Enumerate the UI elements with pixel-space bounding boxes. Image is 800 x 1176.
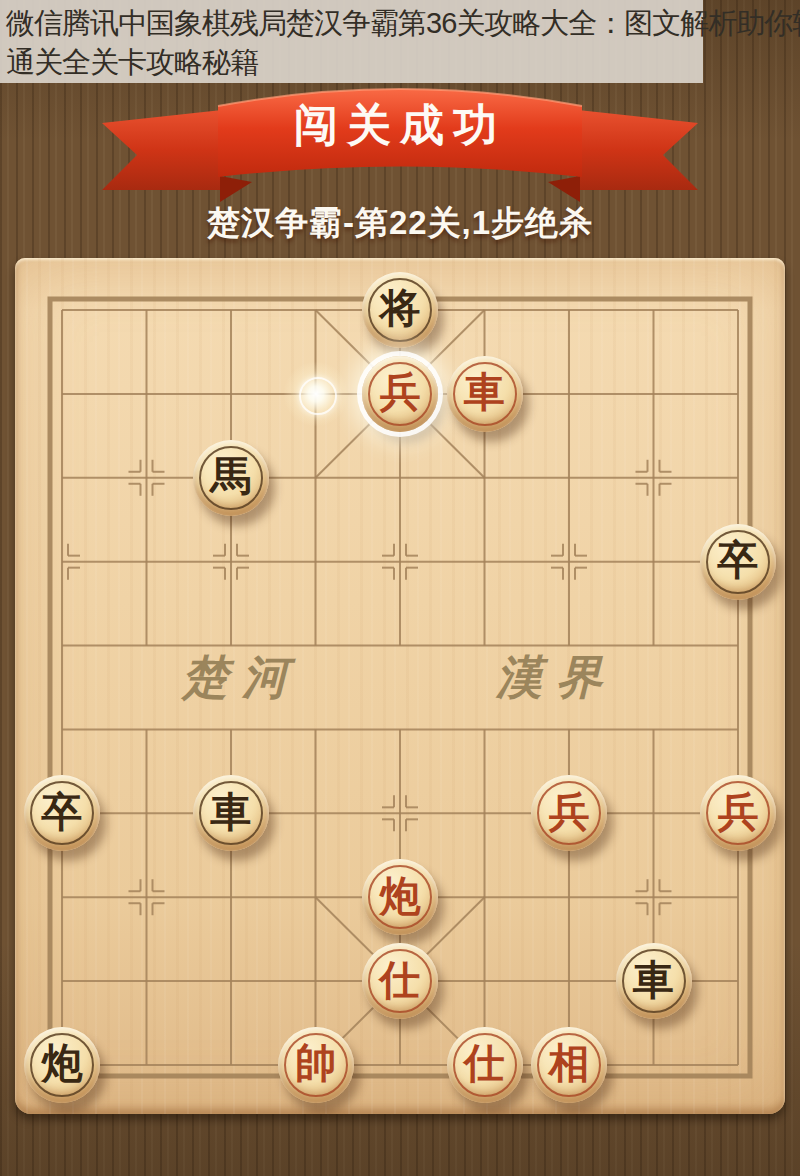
piece-label: 馬 [211, 456, 252, 497]
piece-red-兵[interactable]: 兵 [362, 356, 438, 432]
piece-red-兵[interactable]: 兵 [531, 775, 607, 851]
piece-black-将[interactable]: 将 [362, 272, 438, 348]
piece-label: 車 [633, 960, 674, 1001]
article-title: 微信腾讯中国象棋残局楚汉争霸第36关攻略大全：图文解析助你轻松 通关全关卡攻略秘… [0, 0, 703, 83]
piece-label: 兵 [380, 372, 421, 413]
piece-red-仕[interactable]: 仕 [447, 1027, 523, 1103]
piece-black-車[interactable]: 車 [193, 775, 269, 851]
article-title-line2: 通关全关卡攻略秘籍 [6, 43, 703, 82]
piece-label: 仕 [464, 1043, 505, 1084]
level-subtitle: 楚汉争霸-第22关,1步绝杀 [0, 201, 800, 246]
piece-black-車[interactable]: 車 [616, 943, 692, 1019]
piece-red-仕[interactable]: 仕 [362, 943, 438, 1019]
piece-red-兵[interactable]: 兵 [700, 775, 776, 851]
piece-black-馬[interactable]: 馬 [193, 440, 269, 516]
piece-label: 車 [211, 792, 252, 833]
piece-label: 兵 [718, 792, 759, 833]
piece-label: 炮 [380, 876, 421, 917]
piece-label: 卒 [42, 792, 83, 833]
piece-label: 将 [380, 288, 421, 329]
piece-red-炮[interactable]: 炮 [362, 859, 438, 935]
piece-black-卒[interactable]: 卒 [24, 775, 100, 851]
board-grid[interactable]: 将兵車馬卒卒車兵兵炮仕車炮帥仕相 [20, 268, 781, 1107]
piece-red-帥[interactable]: 帥 [278, 1027, 354, 1103]
piece-label: 相 [549, 1043, 590, 1084]
piece-black-炮[interactable]: 炮 [24, 1027, 100, 1103]
piece-red-相[interactable]: 相 [531, 1027, 607, 1103]
piece-label: 兵 [549, 792, 590, 833]
piece-black-卒[interactable]: 卒 [700, 524, 776, 600]
piece-label: 帥 [295, 1043, 336, 1084]
piece-label: 仕 [380, 960, 421, 1001]
article-title-line1: 微信腾讯中国象棋残局楚汉争霸第36关攻略大全：图文解析助你轻松 [6, 4, 703, 43]
banner-label: 闯关成功 [294, 100, 506, 149]
piece-label: 卒 [718, 540, 759, 581]
piece-label: 車 [464, 372, 505, 413]
piece-red-車[interactable]: 車 [447, 356, 523, 432]
piece-label: 炮 [42, 1043, 83, 1084]
